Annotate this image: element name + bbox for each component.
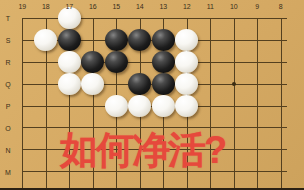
stone-black[interactable]: [105, 29, 128, 51]
stone-white[interactable]: [128, 95, 151, 117]
stone-black[interactable]: [152, 73, 175, 95]
row-label: T: [6, 15, 10, 22]
stone-black[interactable]: [58, 29, 81, 51]
star-point: [232, 82, 236, 86]
stone-white[interactable]: [58, 51, 81, 73]
board-intersections[interactable]: [11, 7, 293, 182]
stone-white[interactable]: [58, 73, 81, 95]
stone-white[interactable]: [175, 73, 198, 95]
stone-white[interactable]: [105, 95, 128, 117]
stone-black[interactable]: [128, 73, 151, 95]
stone-black[interactable]: [81, 51, 104, 73]
frame-bottom-edge: [0, 188, 304, 190]
stone-black[interactable]: [105, 51, 128, 73]
stone-white[interactable]: [175, 29, 198, 51]
stone-black[interactable]: [152, 51, 175, 73]
stone-white[interactable]: [34, 29, 57, 51]
stone-white[interactable]: [175, 95, 198, 117]
stone-white[interactable]: [81, 73, 104, 95]
stone-white[interactable]: [58, 7, 81, 29]
stone-white[interactable]: [175, 51, 198, 73]
go-board[interactable]: 1918171615141312111098TSRQPONM 如何净活?: [0, 0, 304, 190]
stone-black[interactable]: [152, 29, 175, 51]
stone-white[interactable]: [152, 95, 175, 117]
stone-black[interactable]: [128, 29, 151, 51]
